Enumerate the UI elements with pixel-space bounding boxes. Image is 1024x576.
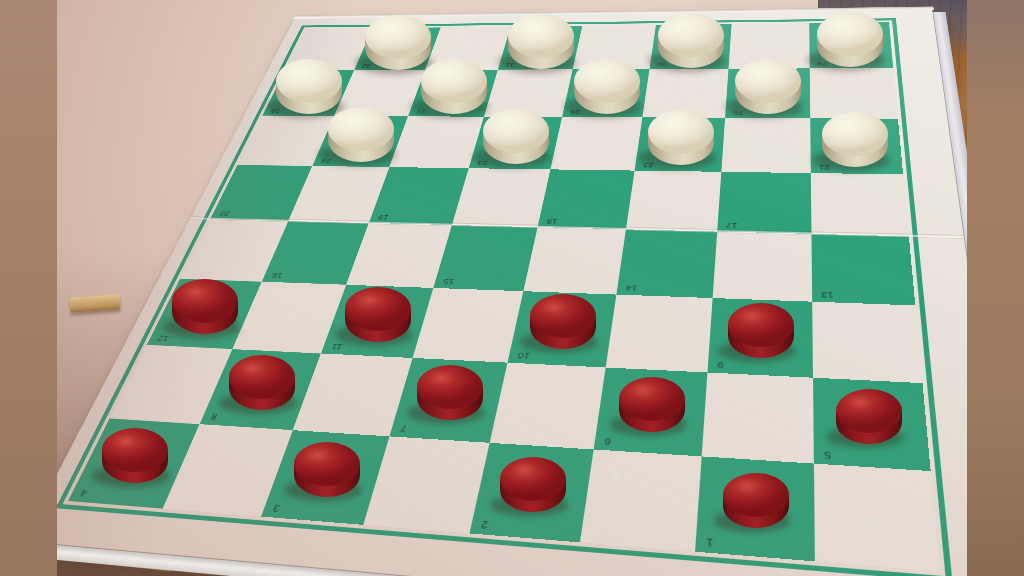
photo-border-left xyxy=(0,0,57,576)
square-29: 29 xyxy=(809,22,893,68)
square-number: 11 xyxy=(330,342,343,350)
square-number: 10 xyxy=(517,351,531,360)
square-number: 16 xyxy=(271,272,284,279)
square-number: 23 xyxy=(477,160,489,166)
square-number: 31 xyxy=(505,62,515,67)
square-number: 27 xyxy=(416,109,427,114)
light-square xyxy=(642,69,728,118)
square-number: 20 xyxy=(218,210,230,216)
square-number: 32 xyxy=(361,63,372,68)
square-10: 10 xyxy=(507,291,616,367)
light-square xyxy=(814,464,940,572)
square-number: 30 xyxy=(657,62,667,67)
light-square xyxy=(810,68,898,118)
square-number: 24 xyxy=(320,158,332,164)
square-number: 28 xyxy=(270,108,281,113)
light-square xyxy=(550,117,642,171)
square-number: 8 xyxy=(210,412,219,421)
square-number: 14 xyxy=(625,284,638,292)
square-14: 14 xyxy=(616,229,717,298)
square-1: 1 xyxy=(695,456,815,561)
square-number: 25 xyxy=(733,110,744,116)
square-number: 3 xyxy=(272,503,282,513)
light-square xyxy=(721,118,810,173)
square-31: 31 xyxy=(498,26,582,70)
photo-border-right xyxy=(967,0,1024,576)
light-square xyxy=(811,173,909,236)
light-square xyxy=(413,288,524,363)
light-square xyxy=(452,168,550,227)
light-square xyxy=(425,27,511,70)
light-square xyxy=(573,25,656,69)
square-25: 25 xyxy=(725,68,810,118)
square-5: 5 xyxy=(813,378,931,471)
light-square xyxy=(713,232,813,302)
square-30: 30 xyxy=(649,24,731,69)
square-number: 7 xyxy=(400,424,409,433)
square-15: 15 xyxy=(433,225,537,291)
dust-speck xyxy=(610,472,622,479)
square-number: 17 xyxy=(726,222,738,229)
light-square xyxy=(490,363,606,450)
light-square xyxy=(702,373,814,464)
photo-scene: 3231302928272625242322212019181716151413… xyxy=(0,0,1024,576)
square-number: 15 xyxy=(442,278,455,286)
light-square xyxy=(606,295,713,373)
square-number: 22 xyxy=(643,162,654,168)
square-number: 13 xyxy=(821,291,834,299)
square-number: 26 xyxy=(570,109,581,114)
square-6: 6 xyxy=(594,367,708,456)
square-17: 17 xyxy=(717,172,811,234)
square-21: 21 xyxy=(810,118,903,174)
light-square xyxy=(728,23,809,69)
light-square xyxy=(580,449,702,551)
square-number: 2 xyxy=(480,519,489,530)
square-9: 9 xyxy=(707,298,813,378)
square-2: 2 xyxy=(469,443,593,543)
light-square xyxy=(812,302,922,383)
light-square xyxy=(626,171,721,232)
square-number: 1 xyxy=(706,536,714,548)
square-number: 19 xyxy=(377,214,389,221)
square-number: 12 xyxy=(156,334,170,342)
square-number: 5 xyxy=(824,450,831,460)
square-number: 21 xyxy=(819,164,830,170)
square-number: 4 xyxy=(79,488,89,498)
square-number: 6 xyxy=(604,436,612,446)
square-23: 23 xyxy=(469,117,562,170)
light-square xyxy=(484,69,573,117)
square-number: 29 xyxy=(817,61,827,66)
square-number: 9 xyxy=(717,360,724,369)
square-27: 27 xyxy=(408,70,498,117)
square-26: 26 xyxy=(562,69,649,117)
light-square xyxy=(523,227,626,294)
square-18: 18 xyxy=(538,169,635,229)
square-number: 18 xyxy=(546,218,558,225)
square-22: 22 xyxy=(635,117,725,171)
square-13: 13 xyxy=(811,234,915,306)
